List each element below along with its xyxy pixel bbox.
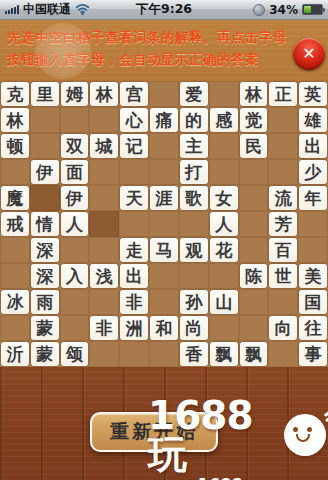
cell-character: 魔: [6, 190, 23, 207]
cell-r2c9[interactable]: 觉: [240, 108, 268, 132]
cell-r6c1[interactable]: 戒: [1, 212, 29, 236]
cell-r7c4[interactable]: [89, 237, 119, 263]
cell-r5c7[interactable]: 歌: [180, 186, 208, 210]
cell-r7c3[interactable]: [60, 237, 90, 263]
cell-r3c9[interactable]: 民: [240, 134, 268, 158]
cell-r1c1[interactable]: 克: [1, 82, 29, 106]
cell-r6c9[interactable]: [239, 211, 269, 237]
cell-r6c7[interactable]: [179, 211, 209, 237]
cell-r4c10[interactable]: [268, 159, 298, 185]
cell-r11c5[interactable]: [119, 341, 149, 367]
cell-r4c3[interactable]: 面: [61, 160, 89, 184]
battery-icon: [302, 4, 323, 15]
cell-r9c5[interactable]: 非: [120, 290, 148, 314]
cell-r6c6[interactable]: [149, 211, 179, 237]
cell-character: 正: [275, 86, 292, 103]
cell-character: 觉: [245, 112, 262, 129]
cell-r7c6[interactable]: 马: [150, 238, 178, 262]
cell-r6c8[interactable]: 人: [210, 212, 238, 236]
cell-r5c3[interactable]: 伊: [61, 186, 89, 210]
cell-r6c11[interactable]: [298, 211, 328, 237]
cell-character: 姆: [66, 86, 83, 103]
cell-r3c7[interactable]: 主: [180, 134, 208, 158]
cell-r8c10[interactable]: 世: [269, 264, 297, 288]
cell-r4c8[interactable]: [209, 159, 239, 185]
cell-r8c3[interactable]: 入: [61, 264, 89, 288]
cell-r9c4[interactable]: [89, 289, 119, 315]
cell-r1c5[interactable]: 宫: [120, 82, 148, 106]
cell-r10c7[interactable]: 尚: [180, 316, 208, 340]
cell-character: 的: [185, 112, 202, 129]
cell-r5c6[interactable]: 涯: [150, 186, 178, 210]
cell-r3c8[interactable]: [209, 133, 239, 159]
cell-r5c9[interactable]: [239, 185, 269, 211]
cell-r8c11[interactable]: 美: [299, 264, 327, 288]
cell-r6c4[interactable]: [89, 211, 119, 237]
cell-r5c11[interactable]: 年: [299, 186, 327, 210]
cell-character: 女: [215, 190, 232, 207]
cell-character: 戒: [6, 216, 23, 233]
cell-r8c6[interactable]: [149, 263, 179, 289]
cell-character: 蒙: [36, 320, 53, 337]
cell-r8c5[interactable]: 出: [120, 264, 148, 288]
cell-character: 雨: [36, 294, 53, 311]
cell-character: 百: [275, 242, 292, 259]
cell-character: 克: [6, 86, 23, 103]
cell-character: 深: [36, 242, 53, 259]
cell-r11c4[interactable]: [89, 341, 119, 367]
cell-r9c9[interactable]: [239, 289, 269, 315]
cell-r2c5[interactable]: 心: [120, 108, 148, 132]
cell-r9c2[interactable]: 雨: [31, 290, 59, 314]
cell-r5c10[interactable]: 流: [269, 186, 297, 210]
cell-r4c7[interactable]: 打: [180, 160, 208, 184]
cell-character: 美: [305, 268, 322, 285]
cell-r1c8[interactable]: [209, 81, 239, 107]
cell-r7c9[interactable]: [239, 237, 269, 263]
cell-r3c1[interactable]: 顿: [1, 134, 29, 158]
cell-r7c1[interactable]: [0, 237, 30, 263]
cell-r5c4[interactable]: [89, 185, 119, 211]
cell-r10c10[interactable]: 向: [269, 316, 297, 340]
cell-r6c10[interactable]: 芳: [269, 212, 297, 236]
cell-r9c10[interactable]: [268, 289, 298, 315]
cell-character: 涯: [155, 190, 172, 207]
cell-r10c9[interactable]: [239, 315, 269, 341]
cell-r1c6[interactable]: [149, 81, 179, 107]
cell-character: 城: [96, 138, 113, 155]
cell-r5c1[interactable]: 魔: [1, 186, 29, 210]
cell-r10c8[interactable]: [209, 315, 239, 341]
cell-character: 往: [305, 320, 322, 337]
cell-r7c5[interactable]: 走: [120, 238, 148, 262]
cell-r11c3[interactable]: 颂: [61, 342, 89, 366]
close-icon: ✕: [302, 44, 315, 63]
cell-r1c2[interactable]: 里: [31, 82, 59, 106]
cell-r4c5[interactable]: [119, 159, 149, 185]
cell-r7c11[interactable]: [298, 237, 328, 263]
cell-character: 面: [66, 164, 83, 181]
cell-r4c6[interactable]: [149, 159, 179, 185]
lock-icon: [253, 4, 265, 16]
cell-character: 年: [305, 190, 322, 207]
cell-r8c7[interactable]: [179, 263, 209, 289]
cell-character: 飘: [215, 346, 232, 363]
cell-r8c1[interactable]: [0, 263, 30, 289]
status-bar: 中国联通 下午9:26 34%: [0, 0, 328, 20]
cell-character: 伊: [66, 190, 83, 207]
cell-character: 事: [305, 346, 322, 363]
cell-character: 主: [185, 138, 202, 155]
cell-r7c8[interactable]: 花: [210, 238, 238, 262]
cell-r11c6[interactable]: [149, 341, 179, 367]
cell-character: 马: [155, 242, 172, 259]
cell-r3c2[interactable]: [30, 133, 60, 159]
cell-character: 和: [155, 320, 172, 337]
cell-character: 颂: [66, 346, 83, 363]
cell-character: 流: [275, 190, 292, 207]
instructions-text: 先选中空白格子查看词条的解释。再点击字母按钮输入首字母，会自动显示正确的答案: [7, 27, 295, 70]
cell-character: 情: [36, 216, 53, 233]
cell-r10c11[interactable]: 往: [299, 316, 327, 340]
status-bar-left: 中国联通: [5, 1, 90, 18]
cell-character: 里: [36, 86, 53, 103]
cell-r6c3[interactable]: 人: [61, 212, 89, 236]
cell-character: 深: [36, 268, 53, 285]
cell-character: 痛: [155, 112, 172, 129]
cell-r3c11[interactable]: 出: [299, 134, 327, 158]
cell-r10c3[interactable]: [60, 315, 90, 341]
cell-r3c4[interactable]: 城: [90, 134, 118, 158]
cell-r1c10[interactable]: 正: [269, 82, 297, 106]
app-screen: 中国联通 下午9:26 34% 先选中空白格子查看词条的解释。再点击字母按钮输入…: [0, 0, 328, 480]
cell-r2c1[interactable]: 林: [1, 108, 29, 132]
cell-character: 山: [215, 294, 232, 311]
cell-r11c2[interactable]: 蒙: [31, 342, 59, 366]
cell-character: 国: [305, 294, 322, 311]
cell-character: 走: [126, 242, 143, 259]
cell-r8c9[interactable]: 陈: [240, 264, 268, 288]
cell-r8c8[interactable]: [209, 263, 239, 289]
watermark-mascot-icon: [284, 414, 326, 456]
cell-r9c6[interactable]: [149, 289, 179, 315]
cell-r2c11[interactable]: 雄: [299, 108, 327, 132]
cell-character: 沂: [6, 346, 23, 363]
cell-character: 林: [245, 86, 262, 103]
cell-character: 打: [185, 164, 202, 181]
cell-r6c5[interactable]: [119, 211, 149, 237]
cell-character: 少: [305, 164, 322, 181]
cell-r5c2[interactable]: [30, 185, 60, 211]
cell-character: 林: [96, 86, 113, 103]
restart-button[interactable]: 重新开始: [90, 412, 218, 452]
cell-character: 伊: [36, 164, 53, 181]
cell-character: 观: [185, 242, 202, 259]
cell-character: 非: [96, 320, 113, 337]
cell-r3c5[interactable]: 记: [120, 134, 148, 158]
signal-strength-icon: [5, 5, 19, 14]
cell-r5c8[interactable]: 女: [210, 186, 238, 210]
cell-r9c3[interactable]: [60, 289, 90, 315]
status-bar-right: 34%: [253, 3, 323, 17]
cell-character: 芳: [275, 216, 292, 233]
cell-character: 歌: [185, 190, 202, 207]
cell-r5c5[interactable]: 天: [120, 186, 148, 210]
cell-r11c9[interactable]: 飘: [240, 342, 268, 366]
cell-r3c3[interactable]: 双: [61, 134, 89, 158]
cell-r10c1[interactable]: [0, 315, 30, 341]
cell-character: 浅: [96, 268, 113, 285]
cell-r6c2[interactable]: 情: [31, 212, 59, 236]
cell-r7c2[interactable]: 深: [31, 238, 59, 262]
cell-r2c6[interactable]: 痛: [150, 108, 178, 132]
cell-r2c2[interactable]: [30, 107, 60, 133]
cell-character: 洲: [126, 320, 143, 337]
cell-r2c3[interactable]: [60, 107, 90, 133]
cell-r2c7[interactable]: 的: [180, 108, 208, 132]
cell-r2c8[interactable]: 感: [210, 108, 238, 132]
cell-character: 顿: [6, 138, 23, 155]
cell-character: 尚: [185, 320, 202, 337]
cell-r1c3[interactable]: 姆: [61, 82, 89, 106]
cell-character: 记: [126, 138, 143, 155]
cell-character: 蒙: [36, 346, 53, 363]
cell-character: 心: [126, 112, 143, 129]
cell-r11c10[interactable]: [268, 341, 298, 367]
cell-r7c7[interactable]: 观: [180, 238, 208, 262]
cell-r4c4[interactable]: [89, 159, 119, 185]
cell-character: 冰: [6, 294, 23, 311]
cell-r11c11[interactable]: 事: [299, 342, 327, 366]
cell-r1c9[interactable]: 林: [240, 82, 268, 106]
cell-character: 世: [275, 268, 292, 285]
cell-character: 非: [126, 294, 143, 311]
close-instructions-button[interactable]: ✕: [293, 38, 325, 70]
cell-r1c4[interactable]: 林: [90, 82, 118, 106]
cell-r10c4[interactable]: 非: [90, 316, 118, 340]
crossword-board[interactable]: 克里姆林宫爱林正英林心痛的感觉雄顿双城记主民出伊面打少魔伊天涯歌女流年戒情人人芳…: [0, 81, 328, 367]
cell-r10c2[interactable]: 蒙: [31, 316, 59, 340]
cell-character: 林: [6, 112, 23, 129]
cell-r10c5[interactable]: 洲: [120, 316, 148, 340]
cell-r2c4[interactable]: [89, 107, 119, 133]
cell-character: 香: [185, 346, 202, 363]
cell-character: 人: [66, 216, 83, 233]
cell-r9c11[interactable]: 国: [299, 290, 327, 314]
cell-character: 向: [275, 320, 292, 337]
battery-percent-label: 34%: [269, 3, 298, 17]
watermark-url-text: www.1688wan.com: [148, 476, 326, 480]
cell-r9c1[interactable]: 冰: [1, 290, 29, 314]
cell-character: 感: [215, 112, 232, 129]
cell-character: 人: [215, 216, 232, 233]
cell-character: 天: [126, 190, 143, 207]
cell-character: 英: [305, 86, 322, 103]
cell-r9c7[interactable]: 孙: [180, 290, 208, 314]
cell-r9c8[interactable]: 山: [210, 290, 238, 314]
cell-r1c11[interactable]: 英: [299, 82, 327, 106]
cell-character: 飘: [245, 346, 262, 363]
carrier-label: 中国联通: [23, 1, 71, 18]
cell-r11c1[interactable]: 沂: [1, 342, 29, 366]
cell-character: 花: [215, 242, 232, 259]
cell-character: 宫: [126, 86, 143, 103]
cell-character: 民: [245, 138, 262, 155]
cell-character: 雄: [305, 112, 322, 129]
cell-character: 陈: [245, 268, 262, 285]
wifi-icon: [75, 4, 90, 15]
cell-r3c10[interactable]: [268, 133, 298, 159]
cell-r7c10[interactable]: 百: [269, 238, 297, 262]
cell-character: 入: [66, 268, 83, 285]
cell-r11c8[interactable]: 飘: [210, 342, 238, 366]
cell-r2c10[interactable]: [268, 107, 298, 133]
cell-character: 爱: [185, 86, 202, 103]
cell-r4c1[interactable]: [0, 159, 30, 185]
cell-r4c2[interactable]: 伊: [31, 160, 59, 184]
cell-r8c4[interactable]: 浅: [90, 264, 118, 288]
cell-r8c2[interactable]: 深: [31, 264, 59, 288]
cell-r4c11[interactable]: 少: [299, 160, 327, 184]
cell-character: 出: [126, 268, 143, 285]
cell-r4c9[interactable]: [239, 159, 269, 185]
cell-character: 出: [305, 138, 322, 155]
cell-character: 孙: [185, 294, 202, 311]
cell-r10c6[interactable]: 和: [150, 316, 178, 340]
cell-character: 双: [66, 138, 83, 155]
cell-r1c7[interactable]: 爱: [180, 82, 208, 106]
cell-r11c7[interactable]: 香: [180, 342, 208, 366]
cell-r3c6[interactable]: [149, 133, 179, 159]
